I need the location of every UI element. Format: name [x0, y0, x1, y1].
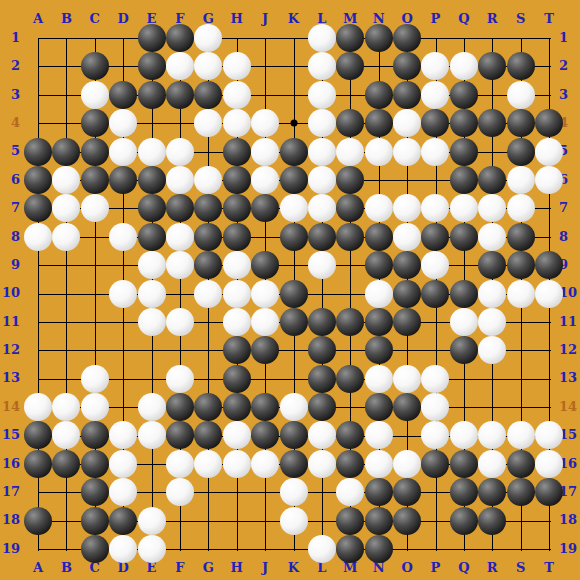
intersection[interactable]: [478, 535, 506, 563]
intersection[interactable]: [166, 535, 194, 563]
intersection[interactable]: [81, 393, 109, 421]
intersection[interactable]: [393, 223, 421, 251]
intersection[interactable]: [478, 109, 506, 137]
intersection[interactable]: [81, 450, 109, 478]
intersection[interactable]: [478, 52, 506, 80]
intersection[interactable]: [535, 166, 563, 194]
intersection[interactable]: [450, 279, 478, 307]
intersection[interactable]: [478, 24, 506, 52]
intersection[interactable]: [166, 421, 194, 449]
intersection[interactable]: [478, 251, 506, 279]
intersection[interactable]: [109, 279, 137, 307]
intersection[interactable]: [450, 421, 478, 449]
intersection[interactable]: [24, 478, 52, 506]
intersection[interactable]: [279, 279, 307, 307]
intersection[interactable]: [166, 223, 194, 251]
intersection[interactable]: [450, 364, 478, 392]
intersection[interactable]: [81, 279, 109, 307]
intersection[interactable]: [251, 52, 279, 80]
intersection[interactable]: [81, 109, 109, 137]
intersection[interactable]: [393, 52, 421, 80]
intersection[interactable]: [279, 308, 307, 336]
intersection[interactable]: [52, 52, 80, 80]
intersection[interactable]: [336, 24, 364, 52]
intersection[interactable]: [194, 364, 222, 392]
intersection[interactable]: [336, 308, 364, 336]
intersection[interactable]: [308, 450, 336, 478]
intersection[interactable]: [24, 535, 52, 563]
intersection[interactable]: [308, 137, 336, 165]
intersection[interactable]: [166, 194, 194, 222]
intersection[interactable]: [364, 194, 392, 222]
intersection[interactable]: [137, 506, 165, 534]
intersection[interactable]: [81, 24, 109, 52]
intersection[interactable]: [279, 478, 307, 506]
intersection[interactable]: [52, 506, 80, 534]
intersection[interactable]: [450, 393, 478, 421]
intersection[interactable]: [81, 364, 109, 392]
intersection[interactable]: [137, 421, 165, 449]
intersection[interactable]: [24, 393, 52, 421]
intersection[interactable]: [535, 109, 563, 137]
intersection[interactable]: [194, 251, 222, 279]
intersection[interactable]: [364, 535, 392, 563]
intersection[interactable]: [194, 421, 222, 449]
intersection[interactable]: [506, 506, 534, 534]
intersection[interactable]: [81, 81, 109, 109]
intersection[interactable]: [223, 81, 251, 109]
intersection[interactable]: [279, 251, 307, 279]
intersection[interactable]: [194, 24, 222, 52]
intersection[interactable]: [364, 421, 392, 449]
intersection[interactable]: [506, 478, 534, 506]
intersection[interactable]: [364, 24, 392, 52]
intersection[interactable]: [421, 393, 449, 421]
intersection[interactable]: [535, 52, 563, 80]
intersection[interactable]: [166, 81, 194, 109]
intersection[interactable]: [251, 194, 279, 222]
intersection[interactable]: [251, 109, 279, 137]
intersection[interactable]: [478, 81, 506, 109]
intersection[interactable]: [336, 52, 364, 80]
intersection[interactable]: [223, 24, 251, 52]
intersection[interactable]: [450, 336, 478, 364]
intersection[interactable]: [166, 52, 194, 80]
intersection[interactable]: [166, 336, 194, 364]
intersection[interactable]: [450, 137, 478, 165]
intersection[interactable]: [251, 308, 279, 336]
intersection[interactable]: [506, 450, 534, 478]
intersection[interactable]: [251, 336, 279, 364]
intersection[interactable]: [166, 478, 194, 506]
intersection[interactable]: [109, 81, 137, 109]
intersection[interactable]: [308, 336, 336, 364]
intersection[interactable]: [137, 450, 165, 478]
intersection[interactable]: [506, 364, 534, 392]
intersection[interactable]: [506, 81, 534, 109]
intersection[interactable]: [535, 364, 563, 392]
intersection[interactable]: [336, 336, 364, 364]
intersection[interactable]: [421, 336, 449, 364]
intersection[interactable]: [336, 450, 364, 478]
intersection[interactable]: [421, 166, 449, 194]
intersection[interactable]: [308, 535, 336, 563]
intersection[interactable]: [506, 52, 534, 80]
intersection[interactable]: [24, 279, 52, 307]
intersection[interactable]: [336, 251, 364, 279]
intersection[interactable]: [251, 166, 279, 194]
intersection[interactable]: [450, 251, 478, 279]
intersection[interactable]: [336, 364, 364, 392]
intersection[interactable]: [393, 478, 421, 506]
intersection[interactable]: [223, 364, 251, 392]
intersection[interactable]: [109, 251, 137, 279]
intersection[interactable]: [364, 364, 392, 392]
intersection[interactable]: [52, 81, 80, 109]
intersection[interactable]: [535, 251, 563, 279]
intersection[interactable]: [421, 450, 449, 478]
intersection[interactable]: [24, 223, 52, 251]
intersection[interactable]: [478, 223, 506, 251]
intersection[interactable]: [364, 393, 392, 421]
intersection[interactable]: [450, 109, 478, 137]
intersection[interactable]: [166, 393, 194, 421]
intersection[interactable]: [52, 364, 80, 392]
intersection[interactable]: [450, 166, 478, 194]
intersection[interactable]: [109, 52, 137, 80]
intersection[interactable]: [336, 506, 364, 534]
intersection[interactable]: [81, 336, 109, 364]
intersection[interactable]: [279, 393, 307, 421]
intersection[interactable]: [194, 506, 222, 534]
intersection[interactable]: [81, 478, 109, 506]
intersection[interactable]: [109, 137, 137, 165]
intersection[interactable]: [308, 308, 336, 336]
intersection[interactable]: [223, 194, 251, 222]
intersection[interactable]: [194, 450, 222, 478]
intersection[interactable]: [194, 308, 222, 336]
intersection[interactable]: [194, 109, 222, 137]
intersection[interactable]: [166, 364, 194, 392]
intersection[interactable]: [535, 450, 563, 478]
intersection[interactable]: [506, 109, 534, 137]
intersection[interactable]: [279, 421, 307, 449]
intersection[interactable]: [450, 535, 478, 563]
intersection[interactable]: [336, 279, 364, 307]
intersection[interactable]: [109, 109, 137, 137]
intersection[interactable]: [478, 166, 506, 194]
intersection[interactable]: [194, 535, 222, 563]
intersection[interactable]: [81, 421, 109, 449]
intersection[interactable]: [137, 166, 165, 194]
intersection[interactable]: [421, 81, 449, 109]
intersection[interactable]: [393, 279, 421, 307]
intersection[interactable]: [81, 194, 109, 222]
intersection[interactable]: [506, 421, 534, 449]
intersection[interactable]: [450, 308, 478, 336]
intersection[interactable]: [137, 81, 165, 109]
intersection[interactable]: [137, 279, 165, 307]
intersection[interactable]: [251, 478, 279, 506]
intersection[interactable]: [506, 223, 534, 251]
intersection[interactable]: [223, 223, 251, 251]
intersection[interactable]: [52, 251, 80, 279]
intersection[interactable]: [194, 393, 222, 421]
intersection[interactable]: [223, 52, 251, 80]
intersection[interactable]: [535, 336, 563, 364]
intersection[interactable]: [223, 393, 251, 421]
intersection[interactable]: [52, 393, 80, 421]
intersection[interactable]: [393, 137, 421, 165]
intersection[interactable]: [336, 223, 364, 251]
intersection[interactable]: [137, 52, 165, 80]
intersection[interactable]: [478, 279, 506, 307]
intersection[interactable]: [450, 24, 478, 52]
intersection[interactable]: [535, 535, 563, 563]
intersection[interactable]: [506, 535, 534, 563]
intersection[interactable]: [52, 336, 80, 364]
intersection[interactable]: [81, 223, 109, 251]
intersection[interactable]: [336, 109, 364, 137]
intersection[interactable]: [137, 194, 165, 222]
intersection[interactable]: [421, 478, 449, 506]
intersection[interactable]: [308, 421, 336, 449]
intersection[interactable]: [223, 450, 251, 478]
intersection[interactable]: [166, 109, 194, 137]
intersection[interactable]: [336, 166, 364, 194]
intersection[interactable]: [393, 251, 421, 279]
intersection[interactable]: [279, 450, 307, 478]
intersection[interactable]: [279, 364, 307, 392]
intersection[interactable]: [421, 137, 449, 165]
intersection[interactable]: [279, 137, 307, 165]
intersection[interactable]: [364, 279, 392, 307]
intersection[interactable]: [81, 52, 109, 80]
intersection[interactable]: [506, 393, 534, 421]
intersection[interactable]: [279, 109, 307, 137]
intersection[interactable]: [364, 52, 392, 80]
intersection[interactable]: [393, 24, 421, 52]
intersection[interactable]: [308, 166, 336, 194]
intersection[interactable]: [478, 194, 506, 222]
intersection[interactable]: [81, 506, 109, 534]
intersection[interactable]: [364, 109, 392, 137]
intersection[interactable]: [308, 52, 336, 80]
intersection[interactable]: [166, 450, 194, 478]
intersection[interactable]: [506, 308, 534, 336]
intersection[interactable]: [421, 52, 449, 80]
intersection[interactable]: [251, 279, 279, 307]
intersection[interactable]: [308, 478, 336, 506]
intersection[interactable]: [223, 109, 251, 137]
intersection[interactable]: [223, 336, 251, 364]
intersection[interactable]: [109, 478, 137, 506]
intersection[interactable]: [194, 166, 222, 194]
intersection[interactable]: [535, 279, 563, 307]
intersection[interactable]: [194, 52, 222, 80]
intersection[interactable]: [24, 24, 52, 52]
intersection[interactable]: [364, 81, 392, 109]
intersection[interactable]: [81, 251, 109, 279]
intersection[interactable]: [421, 24, 449, 52]
intersection[interactable]: [421, 506, 449, 534]
intersection[interactable]: [223, 421, 251, 449]
intersection[interactable]: [478, 308, 506, 336]
intersection[interactable]: [478, 506, 506, 534]
intersection[interactable]: [308, 393, 336, 421]
intersection[interactable]: [506, 137, 534, 165]
intersection[interactable]: [109, 506, 137, 534]
intersection[interactable]: [137, 308, 165, 336]
intersection[interactable]: [24, 336, 52, 364]
intersection[interactable]: [24, 450, 52, 478]
intersection[interactable]: [109, 421, 137, 449]
intersection[interactable]: [223, 308, 251, 336]
intersection[interactable]: [137, 336, 165, 364]
intersection[interactable]: [194, 137, 222, 165]
intersection[interactable]: [450, 506, 478, 534]
intersection[interactable]: [194, 336, 222, 364]
intersection[interactable]: [421, 279, 449, 307]
intersection[interactable]: [109, 223, 137, 251]
intersection[interactable]: [166, 279, 194, 307]
intersection[interactable]: [535, 24, 563, 52]
intersection[interactable]: [137, 24, 165, 52]
intersection[interactable]: [166, 308, 194, 336]
intersection[interactable]: [137, 137, 165, 165]
intersection[interactable]: [24, 194, 52, 222]
intersection[interactable]: [81, 137, 109, 165]
intersection[interactable]: [506, 194, 534, 222]
intersection[interactable]: [364, 478, 392, 506]
intersection[interactable]: [137, 478, 165, 506]
intersection[interactable]: [279, 81, 307, 109]
intersection[interactable]: [364, 450, 392, 478]
intersection[interactable]: [109, 450, 137, 478]
intersection[interactable]: [166, 24, 194, 52]
intersection[interactable]: [24, 308, 52, 336]
intersection[interactable]: [24, 109, 52, 137]
intersection[interactable]: [24, 421, 52, 449]
intersection[interactable]: [166, 137, 194, 165]
intersection[interactable]: [393, 308, 421, 336]
intersection[interactable]: [52, 478, 80, 506]
intersection[interactable]: [393, 166, 421, 194]
intersection[interactable]: [109, 364, 137, 392]
intersection[interactable]: [251, 81, 279, 109]
intersection[interactable]: [24, 506, 52, 534]
intersection[interactable]: [109, 194, 137, 222]
intersection[interactable]: [308, 279, 336, 307]
intersection[interactable]: [24, 251, 52, 279]
intersection[interactable]: [279, 506, 307, 534]
intersection[interactable]: [364, 251, 392, 279]
intersection[interactable]: [336, 421, 364, 449]
intersection[interactable]: [52, 421, 80, 449]
intersection[interactable]: [393, 535, 421, 563]
intersection[interactable]: [251, 137, 279, 165]
intersection[interactable]: [223, 279, 251, 307]
intersection[interactable]: [137, 109, 165, 137]
intersection[interactable]: [109, 393, 137, 421]
intersection[interactable]: [137, 393, 165, 421]
intersection[interactable]: [251, 364, 279, 392]
intersection[interactable]: [52, 450, 80, 478]
intersection[interactable]: [279, 223, 307, 251]
intersection[interactable]: [421, 535, 449, 563]
intersection[interactable]: [308, 24, 336, 52]
intersection[interactable]: [194, 194, 222, 222]
intersection[interactable]: [450, 52, 478, 80]
intersection[interactable]: [336, 535, 364, 563]
intersection[interactable]: [194, 279, 222, 307]
intersection[interactable]: [52, 109, 80, 137]
intersection[interactable]: [166, 166, 194, 194]
intersection[interactable]: [421, 308, 449, 336]
intersection[interactable]: [52, 137, 80, 165]
intersection[interactable]: [279, 194, 307, 222]
intersection[interactable]: [393, 450, 421, 478]
intersection[interactable]: [24, 52, 52, 80]
intersection[interactable]: [308, 81, 336, 109]
intersection[interactable]: [364, 223, 392, 251]
intersection[interactable]: [421, 194, 449, 222]
intersection[interactable]: [450, 81, 478, 109]
intersection[interactable]: [478, 421, 506, 449]
intersection[interactable]: [52, 535, 80, 563]
intersection[interactable]: [308, 506, 336, 534]
intersection[interactable]: [393, 81, 421, 109]
intersection[interactable]: [478, 364, 506, 392]
intersection[interactable]: [535, 421, 563, 449]
intersection[interactable]: [52, 308, 80, 336]
intersection[interactable]: [251, 421, 279, 449]
intersection[interactable]: [336, 194, 364, 222]
intersection[interactable]: [535, 137, 563, 165]
intersection[interactable]: [251, 506, 279, 534]
intersection[interactable]: [137, 251, 165, 279]
intersection[interactable]: [109, 166, 137, 194]
intersection[interactable]: [421, 251, 449, 279]
intersection[interactable]: [308, 251, 336, 279]
intersection[interactable]: [478, 137, 506, 165]
intersection[interactable]: [535, 308, 563, 336]
intersection[interactable]: [81, 166, 109, 194]
intersection[interactable]: [478, 393, 506, 421]
intersection[interactable]: [336, 393, 364, 421]
intersection[interactable]: [52, 166, 80, 194]
intersection[interactable]: [450, 194, 478, 222]
intersection[interactable]: [166, 251, 194, 279]
intersection[interactable]: [364, 336, 392, 364]
intersection[interactable]: [279, 336, 307, 364]
intersection[interactable]: [223, 535, 251, 563]
intersection[interactable]: [24, 137, 52, 165]
intersection[interactable]: [450, 450, 478, 478]
intersection[interactable]: [223, 137, 251, 165]
intersection[interactable]: [194, 478, 222, 506]
intersection[interactable]: [535, 393, 563, 421]
intersection[interactable]: [279, 24, 307, 52]
intersection[interactable]: [421, 421, 449, 449]
intersection[interactable]: [109, 308, 137, 336]
intersection[interactable]: [109, 24, 137, 52]
intersection[interactable]: [251, 24, 279, 52]
intersection[interactable]: [308, 109, 336, 137]
intersection[interactable]: [137, 535, 165, 563]
intersection[interactable]: [478, 450, 506, 478]
intersection[interactable]: [393, 421, 421, 449]
